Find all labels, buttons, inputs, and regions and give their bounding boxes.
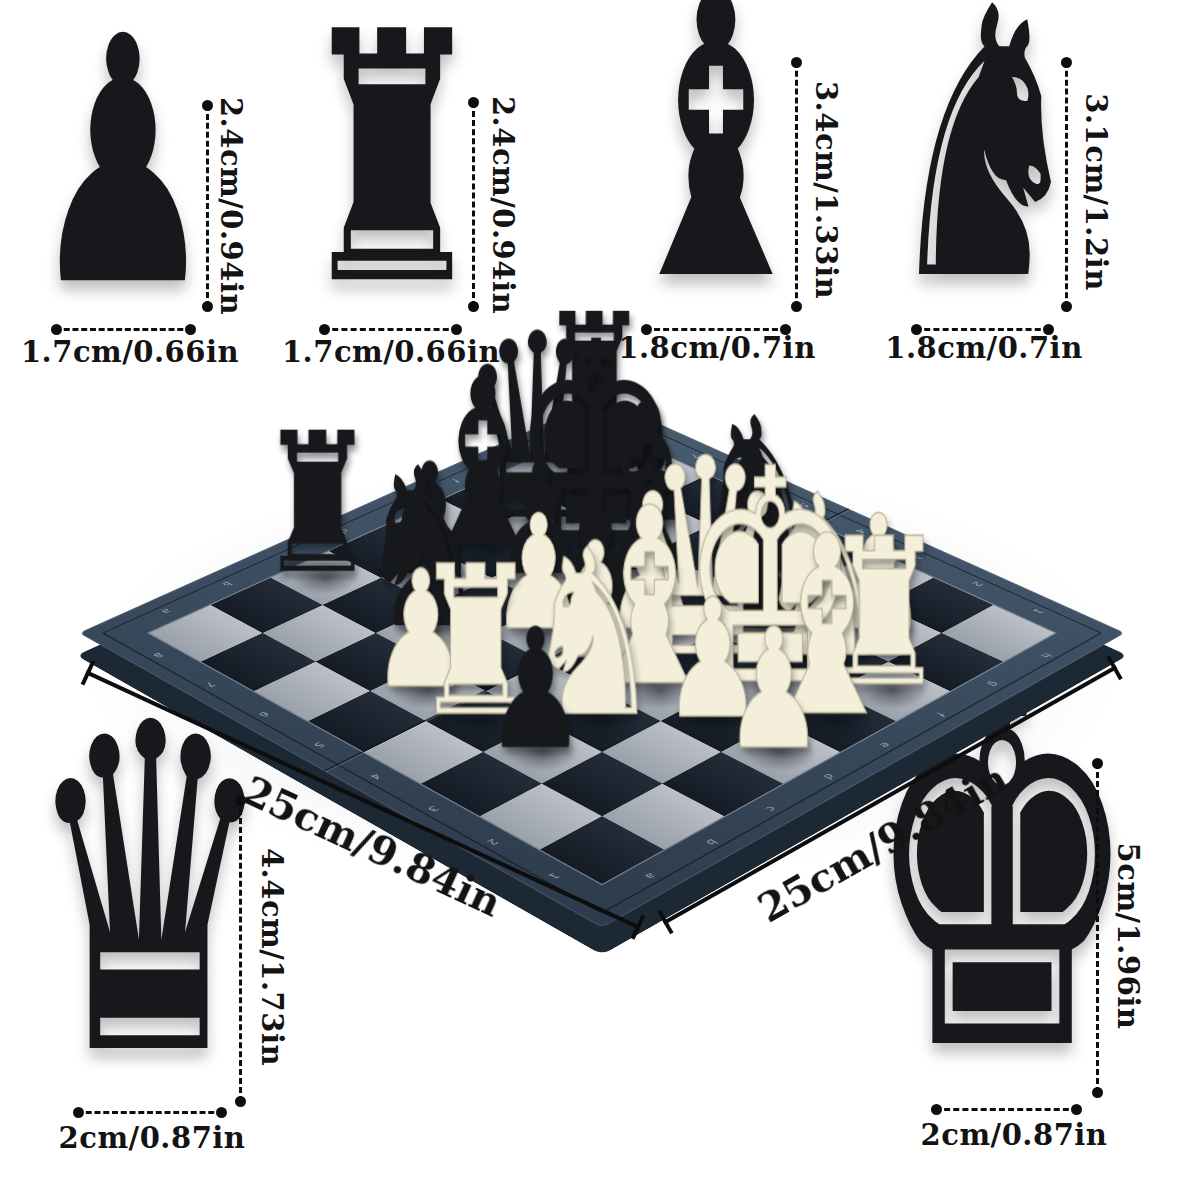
bishop-height-line bbox=[795, 62, 798, 307]
coord-rank-front: 5 bbox=[310, 740, 327, 749]
coord-file-right: c bbox=[762, 804, 779, 813]
king-width-line bbox=[935, 1108, 1078, 1111]
coord-file-right: b bbox=[702, 837, 720, 847]
pawn-height-line bbox=[206, 105, 209, 307]
white-pawn-glyph: ♟ bbox=[688, 623, 860, 756]
coord-rank-front: 8 bbox=[150, 651, 166, 659]
coord-rank-front: 4 bbox=[367, 772, 384, 781]
spec-sheet: ♟ ♜ ♝ ♞ ♛ ♚ 2.4cm/0.94in 1.7cm/0.66in 2.… bbox=[0, 0, 1200, 1200]
knight-figure-silhouette: ♞ bbox=[882, 0, 1089, 332]
coord-rank-front: 6 bbox=[255, 710, 272, 719]
coord-file-right: g bbox=[985, 680, 1002, 689]
bishop-height-label: 3.4cm/1.33in bbox=[809, 81, 843, 299]
coord-rank-front: 7 bbox=[202, 680, 218, 689]
knight-height-label: 3.1cm/1.2in bbox=[1079, 93, 1113, 290]
pawn-width-label: 1.7cm/0.66in bbox=[21, 335, 239, 369]
coord-rank-front: 2 bbox=[484, 837, 502, 847]
coord-file-right: f bbox=[933, 711, 948, 718]
coord-rank-front: 1 bbox=[544, 871, 562, 881]
queen-width-label: 2cm/0.87in bbox=[59, 1121, 246, 1155]
king-height-line bbox=[1096, 763, 1099, 1093]
coord-rank-front: 3 bbox=[424, 804, 442, 814]
king-height-label: 5cm/1.96in bbox=[1111, 843, 1145, 1030]
pawn-height-label: 2.4cm/0.94in bbox=[214, 97, 248, 315]
black-pawn-glyph: ♟ bbox=[449, 623, 621, 756]
pawn-width-line bbox=[55, 328, 192, 331]
queen-height-label: 4.4cm/1.73in bbox=[255, 848, 289, 1066]
coord-file-right: d bbox=[820, 772, 838, 781]
coord-file-right: e bbox=[877, 740, 894, 749]
coord-file-right: a bbox=[641, 871, 659, 881]
rook-height-line bbox=[472, 102, 475, 307]
pawn-figure-silhouette: ♟ bbox=[29, 0, 218, 332]
knight-width-label: 1.8cm/0.7in bbox=[885, 331, 1082, 365]
queen-width-line bbox=[77, 1111, 223, 1114]
knight-height-line bbox=[1065, 62, 1068, 307]
king-width-label: 2cm/0.87in bbox=[921, 1118, 1108, 1152]
queen-height-line bbox=[239, 800, 242, 1102]
coord-file-right: h bbox=[1038, 651, 1055, 659]
